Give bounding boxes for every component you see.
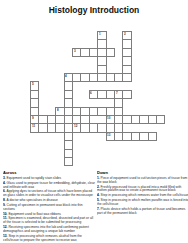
- grid-cell[interactable]: [64, 157, 73, 166]
- clue-item: 8. A doctor who specialises in disease: [3, 198, 95, 202]
- clue-item: 11. Specimen is examined, described, dis…: [3, 216, 95, 224]
- grid-cell[interactable]: [122, 73, 131, 82]
- clue-item: 3. Equipment used to rapidly stain slide…: [3, 176, 95, 180]
- across-clue-list: 3. Equipment used to rapidly stain slide…: [3, 176, 95, 241]
- grid-cell[interactable]: [106, 48, 115, 57]
- clue-item: 6. Applying dyes to sections of tissue w…: [3, 189, 95, 197]
- clue-number: 4: [65, 74, 67, 77]
- clue-number: 1: [99, 32, 101, 35]
- clue-number: 12: [74, 124, 77, 127]
- crossword-board: 12345678910111213: [0, 0, 188, 170]
- clue-item: 10. Equipment used to float wax ribbons: [3, 211, 95, 215]
- clue-number: 11: [32, 124, 35, 127]
- clue-item: 2. Freshly processed tissue is placed in…: [97, 184, 188, 192]
- down-header: Down: [97, 170, 188, 175]
- down-clue-list: 1. Piece of equipment used to cut/sectio…: [97, 176, 188, 214]
- clue-number: 9: [32, 116, 34, 119]
- clue-item: 7. Plastic device which holds a portion …: [97, 207, 188, 215]
- clue-item: 4. Glass used to prepare tissue for embe…: [3, 181, 95, 189]
- clue-item: 9. Cutting of specimen in permanent wax …: [3, 203, 95, 211]
- down-clues-column: Down 1. Piece of equipment used to cut/s…: [97, 170, 188, 243]
- grid-cell[interactable]: [122, 90, 131, 99]
- grid-cell[interactable]: [156, 115, 165, 124]
- clue-item: 12. Receiving specimens into the lab and…: [3, 225, 95, 233]
- clue-number: 3: [74, 49, 76, 52]
- across-clues-column: Across 3. Equipment used to rapidly stai…: [3, 170, 95, 243]
- clue-number: 6: [90, 91, 92, 94]
- clue-number: 7: [116, 91, 118, 94]
- clue-number: 5: [32, 82, 34, 85]
- clue-number: 13: [107, 133, 110, 136]
- grid-cell[interactable]: [148, 132, 157, 141]
- clue-item: 4. Step in processing which removes wate…: [97, 193, 188, 197]
- clue-number: 2: [124, 32, 126, 35]
- clue-item: 13. Step in processing which removes alc…: [3, 233, 95, 241]
- across-header: Across: [3, 170, 95, 175]
- clue-number: 8: [57, 108, 59, 111]
- clue-item: 1. Piece of equipment used to cut/sectio…: [97, 176, 188, 184]
- clue-number: 10: [107, 116, 110, 119]
- clue-item: 5. Step in processing in which molten pa…: [97, 198, 188, 206]
